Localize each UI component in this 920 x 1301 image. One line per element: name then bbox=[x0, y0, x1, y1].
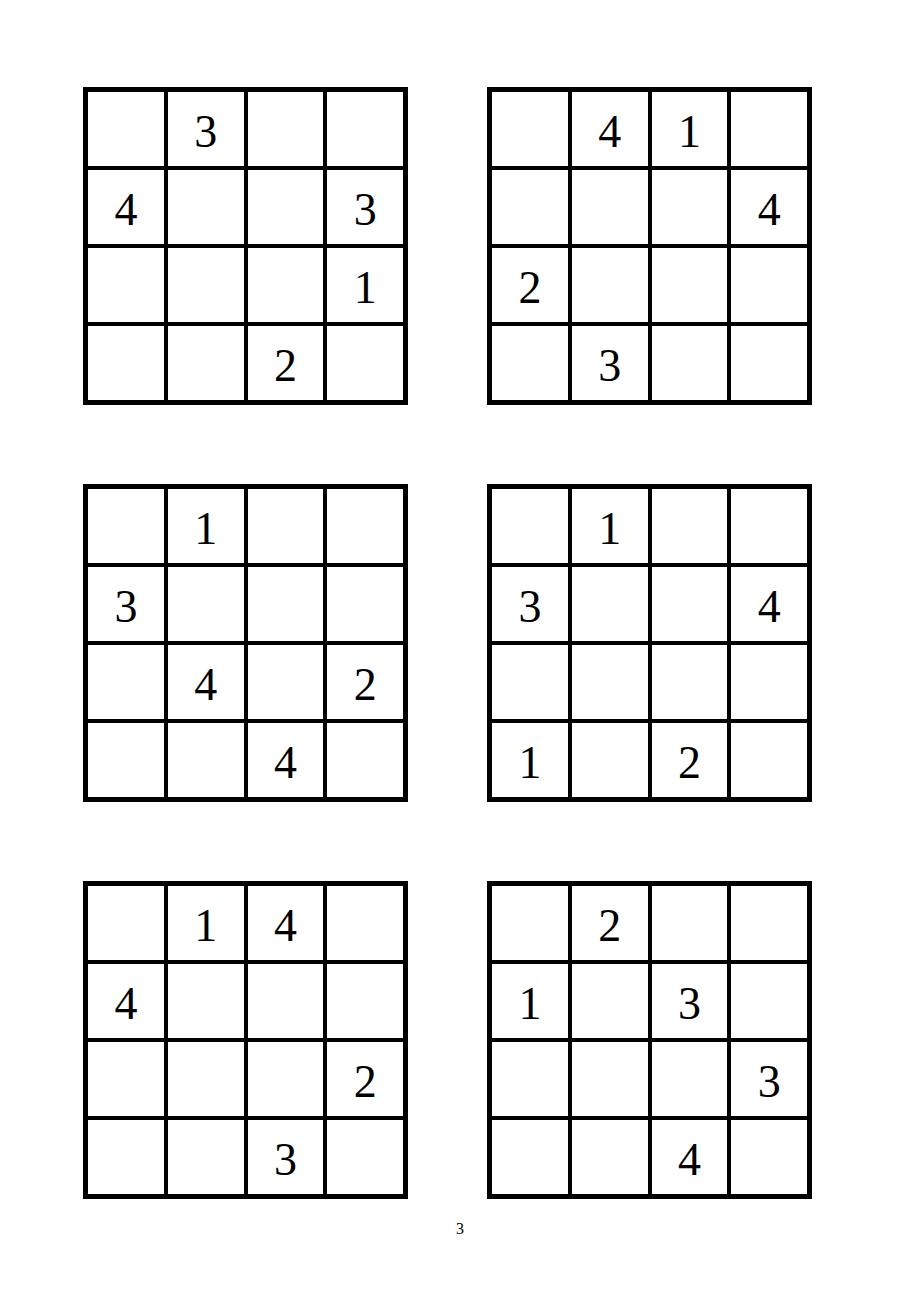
cell-r4c3 bbox=[652, 326, 728, 400]
cell-r2c1: 3 bbox=[492, 567, 568, 641]
cell-r2c4 bbox=[327, 567, 403, 641]
cell-r4c4 bbox=[327, 326, 403, 400]
cell-r1c2: 1 bbox=[572, 489, 648, 563]
cell-r1c1 bbox=[88, 92, 164, 166]
cell-r2c2 bbox=[168, 964, 244, 1038]
sudoku-board-6: 21334 bbox=[487, 881, 812, 1199]
cell-r1c2: 1 bbox=[168, 489, 244, 563]
cell-r4c2 bbox=[572, 723, 648, 797]
cell-r1c2: 3 bbox=[168, 92, 244, 166]
cell-r3c4: 3 bbox=[731, 1042, 807, 1116]
cell-r3c4 bbox=[731, 248, 807, 322]
cell-r3c2 bbox=[168, 248, 244, 322]
cell-r2c4: 4 bbox=[731, 170, 807, 244]
cell-r1c3: 4 bbox=[248, 886, 324, 960]
cell-r1c2: 1 bbox=[168, 886, 244, 960]
cell-r4c3: 2 bbox=[652, 723, 728, 797]
cell-r3c2 bbox=[572, 1042, 648, 1116]
cell-r2c3 bbox=[248, 964, 324, 1038]
cell-r3c4: 2 bbox=[327, 645, 403, 719]
cell-r2c1: 1 bbox=[492, 964, 568, 1038]
cell-r4c1 bbox=[492, 326, 568, 400]
cell-r3c1 bbox=[88, 248, 164, 322]
cell-r3c4: 1 bbox=[327, 248, 403, 322]
cell-r2c4 bbox=[327, 964, 403, 1038]
cell-r3c1: 2 bbox=[492, 248, 568, 322]
cell-r1c3 bbox=[248, 92, 324, 166]
cell-r2c2 bbox=[168, 567, 244, 641]
cell-r1c1 bbox=[88, 886, 164, 960]
cell-r4c1 bbox=[88, 723, 164, 797]
cell-r4c3: 4 bbox=[248, 723, 324, 797]
cell-r2c4: 3 bbox=[327, 170, 403, 244]
cell-r1c4 bbox=[327, 886, 403, 960]
cell-r2c3: 3 bbox=[652, 964, 728, 1038]
cell-r3c1 bbox=[492, 645, 568, 719]
cell-r2c2 bbox=[168, 170, 244, 244]
cell-r2c4: 4 bbox=[731, 567, 807, 641]
cell-r2c1: 4 bbox=[88, 170, 164, 244]
cell-r4c4 bbox=[731, 1120, 807, 1194]
cell-r4c1 bbox=[492, 1120, 568, 1194]
cell-r3c3 bbox=[248, 645, 324, 719]
cell-r2c2 bbox=[572, 170, 648, 244]
cell-r3c3 bbox=[652, 645, 728, 719]
cell-r4c4 bbox=[731, 723, 807, 797]
cell-r3c2 bbox=[168, 1042, 244, 1116]
cell-r1c4 bbox=[731, 92, 807, 166]
sudoku-board-2: 41423 bbox=[487, 87, 812, 405]
cell-r2c3 bbox=[248, 567, 324, 641]
cell-r4c2 bbox=[168, 723, 244, 797]
cell-r3c3 bbox=[248, 1042, 324, 1116]
cell-r1c1 bbox=[88, 489, 164, 563]
cell-r1c4 bbox=[731, 489, 807, 563]
cell-r2c1: 4 bbox=[88, 964, 164, 1038]
cell-r1c3 bbox=[652, 489, 728, 563]
cell-r4c1 bbox=[88, 1120, 164, 1194]
cell-r2c3 bbox=[248, 170, 324, 244]
cell-r3c3 bbox=[652, 1042, 728, 1116]
sudoku-board-3: 13424 bbox=[83, 484, 408, 802]
cell-r2c1: 3 bbox=[88, 567, 164, 641]
cell-r3c2 bbox=[572, 248, 648, 322]
cell-r1c1 bbox=[492, 92, 568, 166]
cell-r4c4 bbox=[731, 326, 807, 400]
sudoku-board-4: 13412 bbox=[487, 484, 812, 802]
cell-r1c4 bbox=[327, 92, 403, 166]
cell-r2c3 bbox=[652, 567, 728, 641]
cell-r1c2: 4 bbox=[572, 92, 648, 166]
cell-r1c1 bbox=[492, 886, 568, 960]
cell-r3c1 bbox=[492, 1042, 568, 1116]
cell-r3c2: 4 bbox=[168, 645, 244, 719]
cell-r1c3 bbox=[248, 489, 324, 563]
cell-r3c4: 2 bbox=[327, 1042, 403, 1116]
cell-r3c4 bbox=[731, 645, 807, 719]
cell-r1c4 bbox=[327, 489, 403, 563]
cell-r1c4 bbox=[731, 886, 807, 960]
cell-r4c2: 3 bbox=[572, 326, 648, 400]
cell-r2c2 bbox=[572, 964, 648, 1038]
cell-r4c2 bbox=[168, 1120, 244, 1194]
page-number: 3 bbox=[0, 1220, 920, 1238]
cell-r4c3: 4 bbox=[652, 1120, 728, 1194]
cell-r4c1 bbox=[88, 326, 164, 400]
cell-r4c1: 1 bbox=[492, 723, 568, 797]
cell-r2c2 bbox=[572, 567, 648, 641]
cell-r3c2 bbox=[572, 645, 648, 719]
cell-r2c3 bbox=[652, 170, 728, 244]
sudoku-board-5: 14423 bbox=[83, 881, 408, 1199]
cell-r3c1 bbox=[88, 1042, 164, 1116]
cell-r3c3 bbox=[248, 248, 324, 322]
cell-r2c4 bbox=[731, 964, 807, 1038]
cell-r3c3 bbox=[652, 248, 728, 322]
cell-r2c1 bbox=[492, 170, 568, 244]
cell-r1c1 bbox=[492, 489, 568, 563]
cell-r1c3 bbox=[652, 886, 728, 960]
cell-r1c3: 1 bbox=[652, 92, 728, 166]
cell-r4c3: 2 bbox=[248, 326, 324, 400]
cell-r4c2 bbox=[168, 326, 244, 400]
cell-r4c4 bbox=[327, 1120, 403, 1194]
puzzle-sheet-page: 34312 41423 13424 13412 14423 21334 3 bbox=[0, 0, 920, 1301]
cell-r4c3: 3 bbox=[248, 1120, 324, 1194]
cell-r1c2: 2 bbox=[572, 886, 648, 960]
cell-r3c1 bbox=[88, 645, 164, 719]
cell-r4c2 bbox=[572, 1120, 648, 1194]
cell-r4c4 bbox=[327, 723, 403, 797]
sudoku-board-1: 34312 bbox=[83, 87, 408, 405]
